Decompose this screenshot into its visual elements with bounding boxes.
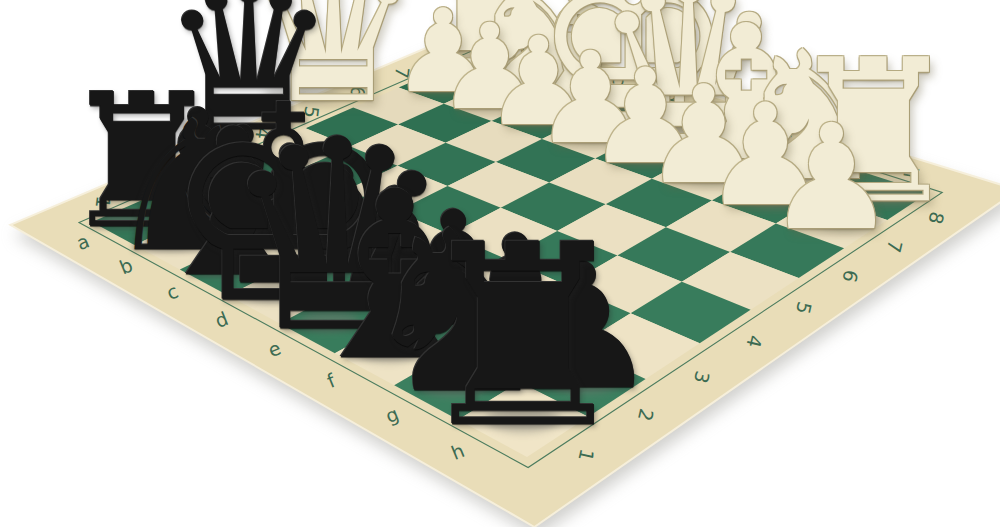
piece-black-rook-h1[interactable]: ♜ [410,212,635,463]
piece-white-pawn-h7[interactable]: ♟ [766,104,896,250]
chess-set-photo: aabbccddeeffgghh8877665544332211 ♜♞♝♚♛♝♞… [0,0,1000,527]
